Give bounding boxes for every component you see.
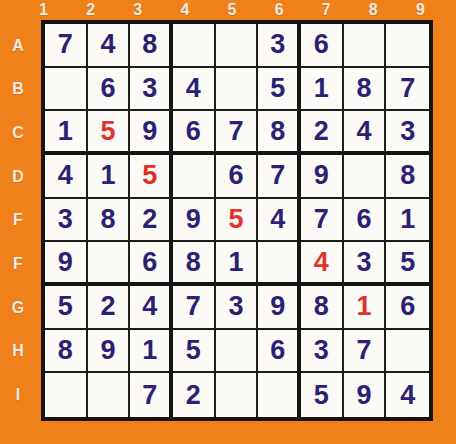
cell-r5c6[interactable]: 4 <box>258 199 301 243</box>
cell-r8c6[interactable]: 6 <box>258 330 301 374</box>
cell-r4c7[interactable]: 9 <box>301 155 344 199</box>
row-label-5: F <box>13 212 23 228</box>
cell-r4c4[interactable] <box>173 155 216 199</box>
cell-r6c4[interactable]: 8 <box>173 242 216 286</box>
cell-r7c5[interactable]: 3 <box>216 286 259 330</box>
column-label-6: 6 <box>275 2 284 18</box>
cell-r2c9[interactable]: 7 <box>386 68 429 112</box>
row-label-9: I <box>16 387 20 403</box>
cell-r7c2[interactable]: 2 <box>88 286 131 330</box>
cell-r7c4[interactable]: 7 <box>173 286 216 330</box>
cell-r6c6[interactable] <box>258 242 301 286</box>
column-label-3: 3 <box>133 2 142 18</box>
sudoku-board: 7483663451871596782434156798382954761968… <box>41 20 433 421</box>
cell-r8c3[interactable]: 1 <box>130 330 173 374</box>
cell-r1c3[interactable]: 8 <box>130 24 173 68</box>
cell-r7c7[interactable]: 8 <box>301 286 344 330</box>
cell-r3c8[interactable]: 4 <box>344 111 387 155</box>
column-label-8: 8 <box>369 2 378 18</box>
cell-r3c6[interactable]: 8 <box>258 111 301 155</box>
cell-r2c7[interactable]: 1 <box>301 68 344 112</box>
row-label-1: A <box>12 38 24 54</box>
cell-r8c7[interactable]: 3 <box>301 330 344 374</box>
cell-r4c2[interactable]: 1 <box>88 155 131 199</box>
cell-r5c1[interactable]: 3 <box>45 199 88 243</box>
cell-r4c8[interactable] <box>344 155 387 199</box>
cell-r9c8[interactable]: 9 <box>344 373 387 417</box>
cell-r9c1[interactable] <box>45 373 88 417</box>
cell-r2c5[interactable] <box>216 68 259 112</box>
cell-r8c4[interactable]: 5 <box>173 330 216 374</box>
cell-r9c5[interactable] <box>216 373 259 417</box>
column-label-7: 7 <box>322 2 331 18</box>
cell-r4c3[interactable]: 5 <box>130 155 173 199</box>
column-label-5: 5 <box>228 2 237 18</box>
cell-r3c3[interactable]: 9 <box>130 111 173 155</box>
cell-r1c8[interactable] <box>344 24 387 68</box>
cell-r9c6[interactable] <box>258 373 301 417</box>
column-label-1: 1 <box>39 2 48 18</box>
cell-r3c4[interactable]: 6 <box>173 111 216 155</box>
cell-r8c8[interactable]: 7 <box>344 330 387 374</box>
cell-r8c9[interactable] <box>386 330 429 374</box>
cell-r4c5[interactable]: 6 <box>216 155 259 199</box>
cell-r6c7[interactable]: 4 <box>301 242 344 286</box>
cell-r1c9[interactable] <box>386 24 429 68</box>
column-label-9: 9 <box>416 2 425 18</box>
cell-r6c2[interactable] <box>88 242 131 286</box>
cell-r2c8[interactable]: 8 <box>344 68 387 112</box>
row-labels: ABCDFFGHI <box>0 24 36 417</box>
cell-r5c8[interactable]: 6 <box>344 199 387 243</box>
cell-r3c5[interactable]: 7 <box>216 111 259 155</box>
cell-r6c9[interactable]: 5 <box>386 242 429 286</box>
cell-r6c1[interactable]: 9 <box>45 242 88 286</box>
cell-r5c5[interactable]: 5 <box>216 199 259 243</box>
row-label-4: D <box>12 169 24 185</box>
column-label-4: 4 <box>180 2 189 18</box>
cell-r3c1[interactable]: 1 <box>45 111 88 155</box>
cell-r7c9[interactable]: 6 <box>386 286 429 330</box>
sudoku-app: 123456789 ABCDFFGHI 74836634518715967824… <box>0 0 456 444</box>
cell-r3c7[interactable]: 2 <box>301 111 344 155</box>
cell-r3c2[interactable]: 5 <box>88 111 131 155</box>
cell-r8c1[interactable]: 8 <box>45 330 88 374</box>
cell-r8c2[interactable]: 9 <box>88 330 131 374</box>
cell-r4c1[interactable]: 4 <box>45 155 88 199</box>
column-label-2: 2 <box>86 2 95 18</box>
row-label-2: B <box>12 81 24 97</box>
cell-r8c5[interactable] <box>216 330 259 374</box>
cell-r5c4[interactable]: 9 <box>173 199 216 243</box>
row-label-3: C <box>12 125 24 141</box>
cell-r5c3[interactable]: 2 <box>130 199 173 243</box>
cell-r4c9[interactable]: 8 <box>386 155 429 199</box>
cell-r7c8[interactable]: 1 <box>344 286 387 330</box>
cell-r5c7[interactable]: 7 <box>301 199 344 243</box>
cell-r3c9[interactable]: 3 <box>386 111 429 155</box>
cell-r9c2[interactable] <box>88 373 131 417</box>
cell-r2c2[interactable]: 6 <box>88 68 131 112</box>
cell-r7c6[interactable]: 9 <box>258 286 301 330</box>
cell-r6c8[interactable]: 3 <box>344 242 387 286</box>
cell-r7c1[interactable]: 5 <box>45 286 88 330</box>
cell-r6c3[interactable]: 6 <box>130 242 173 286</box>
cell-r4c6[interactable]: 7 <box>258 155 301 199</box>
cell-r6c5[interactable]: 1 <box>216 242 259 286</box>
cell-r2c4[interactable]: 4 <box>173 68 216 112</box>
cell-r1c6[interactable]: 3 <box>258 24 301 68</box>
cell-r2c1[interactable] <box>45 68 88 112</box>
cell-r2c3[interactable]: 3 <box>130 68 173 112</box>
cell-r1c5[interactable] <box>216 24 259 68</box>
row-label-6: F <box>13 256 23 272</box>
cell-r7c3[interactable]: 4 <box>130 286 173 330</box>
cell-r1c2[interactable]: 4 <box>88 24 131 68</box>
cell-r1c7[interactable]: 6 <box>301 24 344 68</box>
cell-r9c3[interactable]: 7 <box>130 373 173 417</box>
cell-r5c2[interactable]: 8 <box>88 199 131 243</box>
cell-r9c7[interactable]: 5 <box>301 373 344 417</box>
cell-r1c4[interactable] <box>173 24 216 68</box>
row-label-7: G <box>12 300 24 316</box>
cell-r9c4[interactable]: 2 <box>173 373 216 417</box>
cell-r1c1[interactable]: 7 <box>45 24 88 68</box>
row-label-8: H <box>12 343 24 359</box>
column-labels: 123456789 <box>20 0 444 20</box>
cell-r2c6[interactable]: 5 <box>258 68 301 112</box>
cell-r5c9[interactable]: 1 <box>386 199 429 243</box>
cell-r9c9[interactable]: 4 <box>386 373 429 417</box>
